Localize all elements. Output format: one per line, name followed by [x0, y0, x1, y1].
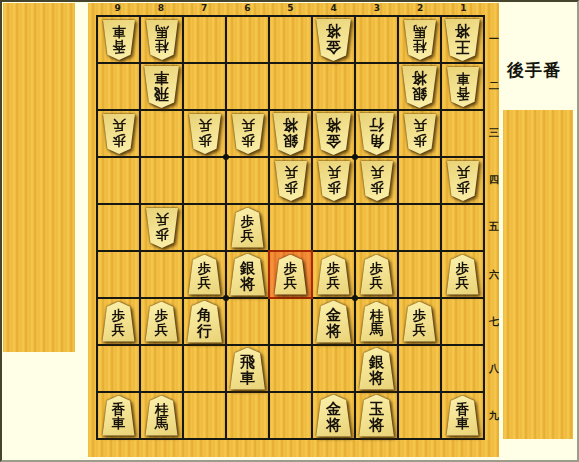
square-7-7[interactable]: 角行 [184, 299, 225, 344]
square-4-8[interactable] [313, 346, 354, 391]
square-5-2[interactable] [270, 64, 311, 109]
square-8-6[interactable] [141, 252, 182, 297]
square-5-9[interactable] [270, 393, 311, 438]
rank-label-1: 一 [487, 15, 501, 62]
gote-pawn[interactable]: 歩兵 [317, 161, 351, 201]
sente-pawn[interactable]: 歩兵 [360, 255, 394, 295]
piece-face: 歩兵 [360, 161, 394, 201]
file-label-7: 7 [182, 2, 225, 14]
square-5-5[interactable] [270, 205, 311, 250]
gote-pawn[interactable]: 歩兵 [360, 161, 394, 201]
rank-label-7: 七 [487, 298, 501, 345]
square-3-3[interactable]: 角行 [356, 111, 397, 156]
rank-label-6: 六 [487, 251, 501, 298]
piece-face: 歩兵 [231, 208, 265, 248]
square-2-4[interactable] [399, 158, 440, 203]
square-4-6[interactable]: 歩兵 [313, 252, 354, 297]
gote-bishop[interactable]: 角行 [358, 113, 395, 155]
piece-face: 香車 [102, 396, 136, 436]
square-1-6[interactable]: 歩兵 [442, 252, 483, 297]
hoshi-dot [223, 154, 229, 160]
piece-face: 飛車 [143, 66, 180, 108]
piece-face: 金将 [315, 395, 352, 437]
gote-gold[interactable]: 金将 [315, 113, 352, 155]
sente-silver[interactable]: 銀将 [229, 254, 266, 296]
square-8-9[interactable]: 桂馬 [141, 393, 182, 438]
square-6-7[interactable] [227, 299, 268, 344]
piece-face: 歩兵 [102, 114, 136, 154]
square-3-8[interactable]: 銀将 [356, 346, 397, 391]
hoshi-dot [223, 295, 229, 301]
square-3-5[interactable] [356, 205, 397, 250]
piece-face: 飛車 [229, 348, 266, 390]
gote-pawn[interactable]: 歩兵 [145, 208, 179, 248]
sente-silver[interactable]: 銀将 [358, 348, 395, 390]
square-3-4[interactable]: 歩兵 [356, 158, 397, 203]
square-6-5[interactable]: 歩兵 [227, 205, 268, 250]
rank-label-5: 五 [487, 204, 501, 251]
piece-face: 歩兵 [446, 255, 480, 295]
square-9-2[interactable] [98, 64, 139, 109]
gote-silver[interactable]: 銀将 [272, 113, 309, 155]
square-6-4[interactable] [227, 158, 268, 203]
piece-face: 香車 [102, 20, 136, 60]
gote-pawn[interactable]: 歩兵 [403, 114, 437, 154]
square-7-1[interactable] [184, 17, 225, 62]
sente-knight[interactable]: 桂馬 [360, 302, 394, 342]
square-2-7[interactable]: 歩兵 [399, 299, 440, 344]
square-4-3[interactable]: 金将 [313, 111, 354, 156]
file-labels: 987654321 [96, 2, 485, 14]
rank-label-4: 四 [487, 157, 501, 204]
piece-face: 香車 [446, 67, 480, 107]
square-9-9[interactable]: 香車 [98, 393, 139, 438]
square-2-1[interactable]: 桂馬 [399, 17, 440, 62]
square-9-6[interactable] [98, 252, 139, 297]
file-label-8: 8 [139, 2, 182, 14]
square-6-3[interactable]: 歩兵 [227, 111, 268, 156]
sente-pawn[interactable]: 歩兵 [145, 302, 179, 342]
square-9-5[interactable] [98, 205, 139, 250]
square-7-6[interactable]: 歩兵 [184, 252, 225, 297]
gote-knight[interactable]: 桂馬 [145, 20, 179, 60]
rank-label-3: 三 [487, 109, 501, 156]
turn-indicator: 後手番 [507, 59, 579, 82]
square-6-2[interactable] [227, 64, 268, 109]
gote-lance[interactable]: 香車 [446, 67, 480, 107]
piece-face: 香車 [446, 396, 480, 436]
square-4-9[interactable]: 金将 [313, 393, 354, 438]
piece-face: 歩兵 [145, 208, 179, 248]
square-1-7[interactable] [442, 299, 483, 344]
square-8-1[interactable]: 桂馬 [141, 17, 182, 62]
gote-gold[interactable]: 金将 [315, 19, 352, 61]
piece-face: 銀将 [272, 113, 309, 155]
square-1-3[interactable] [442, 111, 483, 156]
square-2-3[interactable]: 歩兵 [399, 111, 440, 156]
square-8-4[interactable] [141, 158, 182, 203]
sente-pawn[interactable]: 歩兵 [231, 208, 265, 248]
rank-label-2: 二 [487, 62, 501, 109]
gote-lance[interactable]: 香車 [102, 20, 136, 60]
square-2-2[interactable]: 銀将 [399, 64, 440, 109]
gote-king[interactable]: 王将 [444, 19, 481, 61]
gote-rook[interactable]: 飛車 [143, 66, 180, 108]
square-2-6[interactable] [399, 252, 440, 297]
file-label-6: 6 [226, 2, 269, 14]
square-4-7[interactable]: 金将 [313, 299, 354, 344]
piece-face: 歩兵 [317, 255, 351, 295]
square-7-3[interactable]: 歩兵 [184, 111, 225, 156]
file-label-4: 4 [312, 2, 355, 14]
hoshi-dot [352, 295, 358, 301]
piece-face: 銀将 [358, 348, 395, 390]
gote-pawn[interactable]: 歩兵 [102, 114, 136, 154]
piece-face: 歩兵 [274, 255, 308, 295]
square-7-9[interactable] [184, 393, 225, 438]
rank-label-9: 九 [487, 393, 501, 440]
shogi-app: 後手番 987654321 一二三四五六七八九 香車桂馬金将桂馬王将飛車銀将香車… [0, 0, 579, 462]
piece-face: 銀将 [229, 254, 266, 296]
square-9-8[interactable] [98, 346, 139, 391]
square-9-7[interactable]: 歩兵 [98, 299, 139, 344]
square-8-7[interactable]: 歩兵 [141, 299, 182, 344]
sente-gold[interactable]: 金将 [315, 301, 352, 343]
piece-face: 歩兵 [403, 302, 437, 342]
square-4-5[interactable] [313, 205, 354, 250]
sente-lance[interactable]: 香車 [102, 396, 136, 436]
rank-labels: 一二三四五六七八九 [487, 15, 501, 440]
square-8-2[interactable]: 飛車 [141, 64, 182, 109]
piece-face: 歩兵 [403, 114, 437, 154]
square-9-4[interactable] [98, 158, 139, 203]
square-6-8[interactable]: 飛車 [227, 346, 268, 391]
sente-gold[interactable]: 金将 [315, 395, 352, 437]
gote-pawn[interactable]: 歩兵 [446, 161, 480, 201]
piece-face: 金将 [315, 301, 352, 343]
square-5-3[interactable]: 銀将 [270, 111, 311, 156]
square-2-5[interactable] [399, 205, 440, 250]
square-5-4[interactable]: 歩兵 [270, 158, 311, 203]
gote-silver[interactable]: 銀将 [401, 66, 438, 108]
sente-pawn[interactable]: 歩兵 [317, 255, 351, 295]
sente-pawn[interactable]: 歩兵 [403, 302, 437, 342]
piece-face: 角行 [358, 113, 395, 155]
square-8-5[interactable]: 歩兵 [141, 205, 182, 250]
piece-face: 歩兵 [446, 161, 480, 201]
board-grid: 香車桂馬金将桂馬王将飛車銀将香車歩兵歩兵歩兵銀将金将角行歩兵歩兵歩兵歩兵歩兵歩兵… [96, 15, 485, 440]
file-label-2: 2 [399, 2, 442, 14]
square-7-2[interactable] [184, 64, 225, 109]
gote-pawn[interactable]: 歩兵 [188, 114, 222, 154]
piece-face: 金将 [315, 19, 352, 61]
piece-face: 金将 [315, 113, 352, 155]
piece-face: 歩兵 [274, 161, 308, 201]
sente-bishop[interactable]: 角行 [186, 301, 223, 343]
square-1-5[interactable] [442, 205, 483, 250]
sente-pawn[interactable]: 歩兵 [102, 302, 136, 342]
gote-knight[interactable]: 桂馬 [403, 20, 437, 60]
piece-face: 歩兵 [317, 161, 351, 201]
square-1-1[interactable]: 王将 [442, 17, 483, 62]
sente-pawn[interactable]: 歩兵 [446, 255, 480, 295]
square-7-4[interactable] [184, 158, 225, 203]
piece-face: 歩兵 [102, 302, 136, 342]
square-8-8[interactable] [141, 346, 182, 391]
square-6-6[interactable]: 銀将 [227, 252, 268, 297]
sente-lance[interactable]: 香車 [446, 396, 480, 436]
sente-piece-stand [3, 3, 75, 352]
square-9-1[interactable]: 香車 [98, 17, 139, 62]
piece-face: 王将 [444, 19, 481, 61]
file-label-5: 5 [269, 2, 312, 14]
square-4-4[interactable]: 歩兵 [313, 158, 354, 203]
square-3-7[interactable]: 桂馬 [356, 299, 397, 344]
gote-pawn[interactable]: 歩兵 [231, 114, 265, 154]
piece-face: 銀将 [401, 66, 438, 108]
piece-face: 桂馬 [145, 20, 179, 60]
gote-piece-stand [503, 110, 573, 439]
square-3-2[interactable] [356, 64, 397, 109]
square-1-2[interactable]: 香車 [442, 64, 483, 109]
sente-rook[interactable]: 飛車 [229, 348, 266, 390]
square-3-1[interactable] [356, 17, 397, 62]
square-1-4[interactable]: 歩兵 [442, 158, 483, 203]
square-5-7[interactable] [270, 299, 311, 344]
piece-face: 桂馬 [403, 20, 437, 60]
square-2-8[interactable] [399, 346, 440, 391]
hoshi-dot [352, 154, 358, 160]
piece-face: 歩兵 [188, 114, 222, 154]
square-2-9[interactable] [399, 393, 440, 438]
square-6-9[interactable] [227, 393, 268, 438]
square-8-3[interactable] [141, 111, 182, 156]
sente-king[interactable]: 玉将 [358, 395, 395, 437]
file-label-9: 9 [96, 2, 139, 14]
square-5-8[interactable] [270, 346, 311, 391]
square-4-2[interactable] [313, 64, 354, 109]
gote-pawn[interactable]: 歩兵 [274, 161, 308, 201]
shogi-board: 987654321 一二三四五六七八九 香車桂馬金将桂馬王将飛車銀将香車歩兵歩兵… [88, 3, 499, 457]
square-1-9[interactable]: 香車 [442, 393, 483, 438]
piece-face: 玉将 [358, 395, 395, 437]
file-label-3: 3 [355, 2, 398, 14]
square-3-6[interactable]: 歩兵 [356, 252, 397, 297]
piece-face: 角行 [186, 301, 223, 343]
piece-face: 歩兵 [231, 114, 265, 154]
square-5-1[interactable] [270, 17, 311, 62]
square-3-9[interactable]: 玉将 [356, 393, 397, 438]
piece-face: 桂馬 [145, 396, 179, 436]
square-5-6[interactable]: 歩兵 [270, 252, 311, 297]
piece-face: 桂馬 [360, 302, 394, 342]
rank-label-8: 八 [487, 346, 501, 393]
square-7-5[interactable] [184, 205, 225, 250]
piece-face: 歩兵 [360, 255, 394, 295]
sente-pawn[interactable]: 歩兵 [274, 255, 308, 295]
piece-face: 歩兵 [188, 255, 222, 295]
square-7-8[interactable] [184, 346, 225, 391]
square-9-3[interactable]: 歩兵 [98, 111, 139, 156]
square-6-1[interactable] [227, 17, 268, 62]
square-4-1[interactable]: 金将 [313, 17, 354, 62]
piece-face: 歩兵 [145, 302, 179, 342]
sente-knight[interactable]: 桂馬 [145, 396, 179, 436]
file-label-1: 1 [442, 2, 485, 14]
sente-pawn[interactable]: 歩兵 [188, 255, 222, 295]
square-1-8[interactable] [442, 346, 483, 391]
